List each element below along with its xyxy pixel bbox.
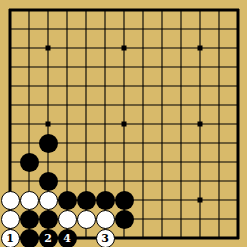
- empty-intersection[interactable]: [96, 172, 115, 191]
- empty-intersection[interactable]: [210, 39, 229, 58]
- white-stone: 1: [1, 229, 20, 247]
- intersection[interactable]: [115, 210, 134, 229]
- empty-intersection[interactable]: [172, 77, 191, 96]
- empty-intersection[interactable]: [210, 58, 229, 77]
- black-stone: [39, 210, 58, 229]
- empty-intersection[interactable]: [210, 172, 229, 191]
- empty-intersection[interactable]: [191, 39, 210, 58]
- empty-intersection[interactable]: [115, 134, 134, 153]
- intersection[interactable]: 2: [39, 229, 58, 247]
- empty-intersection[interactable]: [191, 210, 210, 229]
- empty-intersection[interactable]: [153, 153, 172, 172]
- empty-intersection[interactable]: [115, 115, 134, 134]
- intersection[interactable]: [20, 191, 39, 210]
- empty-intersection[interactable]: [210, 210, 229, 229]
- empty-intersection[interactable]: [191, 172, 210, 191]
- intersection[interactable]: [20, 229, 39, 247]
- empty-intersection[interactable]: [134, 191, 153, 210]
- empty-intersection[interactable]: [191, 191, 210, 210]
- empty-intersection[interactable]: [210, 77, 229, 96]
- white-stone: 3: [96, 229, 115, 247]
- empty-intersection[interactable]: [172, 39, 191, 58]
- empty-intersection[interactable]: [77, 58, 96, 77]
- empty-intersection[interactable]: [96, 77, 115, 96]
- intersection[interactable]: [39, 210, 58, 229]
- empty-intersection[interactable]: [229, 58, 248, 77]
- empty-intersection[interactable]: [58, 172, 77, 191]
- empty-intersection[interactable]: [77, 1, 96, 20]
- empty-intersection[interactable]: [115, 20, 134, 39]
- black-stone: [39, 134, 58, 153]
- intersection[interactable]: [1, 191, 20, 210]
- empty-intersection[interactable]: [134, 210, 153, 229]
- empty-intersection[interactable]: [1, 1, 20, 20]
- empty-intersection[interactable]: [191, 96, 210, 115]
- empty-intersection[interactable]: [115, 172, 134, 191]
- go-board: 1243: [0, 0, 247, 247]
- empty-intersection[interactable]: [210, 1, 229, 20]
- empty-intersection[interactable]: [191, 229, 210, 247]
- empty-intersection[interactable]: [96, 1, 115, 20]
- empty-intersection[interactable]: [20, 1, 39, 20]
- empty-intersection[interactable]: [172, 96, 191, 115]
- white-stone: [39, 191, 58, 210]
- empty-intersection[interactable]: [58, 134, 77, 153]
- empty-intersection[interactable]: [1, 172, 20, 191]
- empty-intersection[interactable]: [39, 20, 58, 39]
- empty-intersection[interactable]: [172, 115, 191, 134]
- empty-intersection[interactable]: [20, 58, 39, 77]
- empty-intersection[interactable]: [134, 172, 153, 191]
- move-number: 4: [63, 233, 71, 244]
- empty-intersection[interactable]: [210, 134, 229, 153]
- empty-intersection[interactable]: [20, 39, 39, 58]
- empty-intersection[interactable]: [191, 134, 210, 153]
- intersection[interactable]: [115, 191, 134, 210]
- intersection[interactable]: 1: [1, 229, 20, 247]
- intersection[interactable]: [20, 153, 39, 172]
- stones-layer: 1243: [1, 1, 248, 247]
- empty-intersection[interactable]: [134, 96, 153, 115]
- empty-intersection[interactable]: [134, 229, 153, 247]
- empty-intersection[interactable]: [115, 229, 134, 247]
- empty-intersection[interactable]: [134, 20, 153, 39]
- white-stone: [1, 210, 20, 229]
- intersection[interactable]: [77, 191, 96, 210]
- black-stone: [20, 229, 39, 247]
- empty-intersection[interactable]: [77, 77, 96, 96]
- empty-intersection[interactable]: [77, 39, 96, 58]
- empty-intersection[interactable]: [39, 153, 58, 172]
- empty-intersection[interactable]: [1, 77, 20, 96]
- empty-intersection[interactable]: [134, 77, 153, 96]
- empty-intersection[interactable]: [153, 115, 172, 134]
- empty-intersection[interactable]: [229, 134, 248, 153]
- empty-intersection[interactable]: [191, 1, 210, 20]
- black-stone: [77, 191, 96, 210]
- white-stone: [1, 191, 20, 210]
- intersection[interactable]: [58, 191, 77, 210]
- empty-intersection[interactable]: [58, 20, 77, 39]
- empty-intersection[interactable]: [96, 153, 115, 172]
- empty-intersection[interactable]: [115, 1, 134, 20]
- empty-intersection[interactable]: [229, 20, 248, 39]
- empty-intersection[interactable]: [134, 134, 153, 153]
- empty-intersection[interactable]: [229, 96, 248, 115]
- empty-intersection[interactable]: [96, 20, 115, 39]
- empty-intersection[interactable]: [1, 153, 20, 172]
- empty-intersection[interactable]: [210, 191, 229, 210]
- empty-intersection[interactable]: [20, 96, 39, 115]
- black-stone: [39, 172, 58, 191]
- white-stone: [20, 191, 39, 210]
- empty-intersection[interactable]: [20, 20, 39, 39]
- empty-intersection[interactable]: [1, 39, 20, 58]
- empty-intersection[interactable]: [39, 1, 58, 20]
- empty-intersection[interactable]: [191, 58, 210, 77]
- empty-intersection[interactable]: [191, 153, 210, 172]
- empty-intersection[interactable]: [153, 58, 172, 77]
- empty-intersection[interactable]: [191, 115, 210, 134]
- empty-intersection[interactable]: [172, 20, 191, 39]
- intersection[interactable]: [1, 210, 20, 229]
- empty-intersection[interactable]: [229, 77, 248, 96]
- black-stone: [58, 191, 77, 210]
- empty-intersection[interactable]: [58, 39, 77, 58]
- empty-intersection[interactable]: [115, 153, 134, 172]
- empty-intersection[interactable]: [229, 210, 248, 229]
- black-stone: [20, 153, 39, 172]
- white-stone: [77, 210, 96, 229]
- empty-intersection[interactable]: [20, 115, 39, 134]
- empty-intersection[interactable]: [96, 58, 115, 77]
- empty-intersection[interactable]: [153, 172, 172, 191]
- move-number: 2: [44, 233, 52, 244]
- empty-intersection[interactable]: [39, 39, 58, 58]
- empty-intersection[interactable]: [153, 1, 172, 20]
- empty-intersection[interactable]: [20, 172, 39, 191]
- empty-intersection[interactable]: [153, 39, 172, 58]
- black-stone: 2: [39, 229, 58, 247]
- empty-intersection[interactable]: [210, 96, 229, 115]
- empty-intersection[interactable]: [39, 77, 58, 96]
- empty-intersection[interactable]: [153, 229, 172, 247]
- empty-intersection[interactable]: [172, 210, 191, 229]
- empty-intersection[interactable]: [153, 77, 172, 96]
- empty-intersection[interactable]: [172, 134, 191, 153]
- black-stone: [115, 210, 134, 229]
- empty-intersection[interactable]: [96, 115, 115, 134]
- black-stone: [115, 191, 134, 210]
- empty-intersection[interactable]: [134, 153, 153, 172]
- empty-intersection[interactable]: [1, 58, 20, 77]
- empty-intersection[interactable]: [153, 210, 172, 229]
- empty-intersection[interactable]: [58, 115, 77, 134]
- empty-intersection[interactable]: [1, 20, 20, 39]
- empty-intersection[interactable]: [77, 229, 96, 247]
- empty-intersection[interactable]: [115, 39, 134, 58]
- empty-intersection[interactable]: [1, 96, 20, 115]
- intersection[interactable]: [39, 134, 58, 153]
- black-stone: [20, 210, 39, 229]
- intersection[interactable]: 4: [58, 229, 77, 247]
- empty-intersection[interactable]: [210, 20, 229, 39]
- intersection[interactable]: [77, 210, 96, 229]
- empty-intersection[interactable]: [229, 1, 248, 20]
- white-stone: [58, 210, 77, 229]
- empty-intersection[interactable]: [58, 96, 77, 115]
- empty-intersection[interactable]: [172, 153, 191, 172]
- empty-intersection[interactable]: [77, 153, 96, 172]
- intersection[interactable]: [58, 210, 77, 229]
- empty-intersection[interactable]: [172, 229, 191, 247]
- empty-intersection[interactable]: [134, 39, 153, 58]
- intersection[interactable]: [39, 172, 58, 191]
- white-stone: [96, 210, 115, 229]
- intersection[interactable]: [96, 210, 115, 229]
- intersection[interactable]: [96, 191, 115, 210]
- empty-intersection[interactable]: [134, 115, 153, 134]
- empty-intersection[interactable]: [210, 229, 229, 247]
- empty-intersection[interactable]: [172, 191, 191, 210]
- empty-intersection[interactable]: [172, 58, 191, 77]
- empty-intersection[interactable]: [39, 58, 58, 77]
- intersection[interactable]: [39, 191, 58, 210]
- empty-intersection[interactable]: [77, 115, 96, 134]
- empty-intersection[interactable]: [172, 1, 191, 20]
- empty-intersection[interactable]: [58, 58, 77, 77]
- empty-intersection[interactable]: [96, 96, 115, 115]
- empty-intersection[interactable]: [77, 96, 96, 115]
- empty-intersection[interactable]: [229, 191, 248, 210]
- intersection[interactable]: [20, 210, 39, 229]
- empty-intersection[interactable]: [191, 20, 210, 39]
- empty-intersection[interactable]: [115, 96, 134, 115]
- empty-intersection[interactable]: [134, 1, 153, 20]
- empty-intersection[interactable]: [229, 172, 248, 191]
- empty-intersection[interactable]: [20, 134, 39, 153]
- empty-intersection[interactable]: [96, 39, 115, 58]
- move-number: 3: [101, 233, 109, 244]
- empty-intersection[interactable]: [77, 20, 96, 39]
- empty-intersection[interactable]: [58, 153, 77, 172]
- empty-intersection[interactable]: [58, 77, 77, 96]
- empty-intersection[interactable]: [1, 134, 20, 153]
- empty-intersection[interactable]: [39, 96, 58, 115]
- empty-intersection[interactable]: [229, 229, 248, 247]
- empty-intersection[interactable]: [77, 134, 96, 153]
- empty-intersection[interactable]: [58, 1, 77, 20]
- empty-intersection[interactable]: [115, 58, 134, 77]
- empty-intersection[interactable]: [134, 58, 153, 77]
- empty-intersection[interactable]: [153, 20, 172, 39]
- empty-intersection[interactable]: [172, 172, 191, 191]
- empty-intersection[interactable]: [153, 191, 172, 210]
- empty-intersection[interactable]: [39, 115, 58, 134]
- empty-intersection[interactable]: [20, 77, 39, 96]
- empty-intersection[interactable]: [191, 77, 210, 96]
- empty-intersection[interactable]: [229, 115, 248, 134]
- move-number: 1: [6, 233, 14, 244]
- empty-intersection[interactable]: [229, 153, 248, 172]
- intersection[interactable]: 3: [96, 229, 115, 247]
- empty-intersection[interactable]: [1, 115, 20, 134]
- empty-intersection[interactable]: [153, 96, 172, 115]
- empty-intersection[interactable]: [153, 134, 172, 153]
- empty-intersection[interactable]: [229, 39, 248, 58]
- empty-intersection[interactable]: [77, 172, 96, 191]
- black-stone: 4: [58, 229, 77, 247]
- black-stone: [96, 191, 115, 210]
- empty-intersection[interactable]: [115, 77, 134, 96]
- empty-intersection[interactable]: [210, 153, 229, 172]
- empty-intersection[interactable]: [210, 115, 229, 134]
- empty-intersection[interactable]: [96, 134, 115, 153]
